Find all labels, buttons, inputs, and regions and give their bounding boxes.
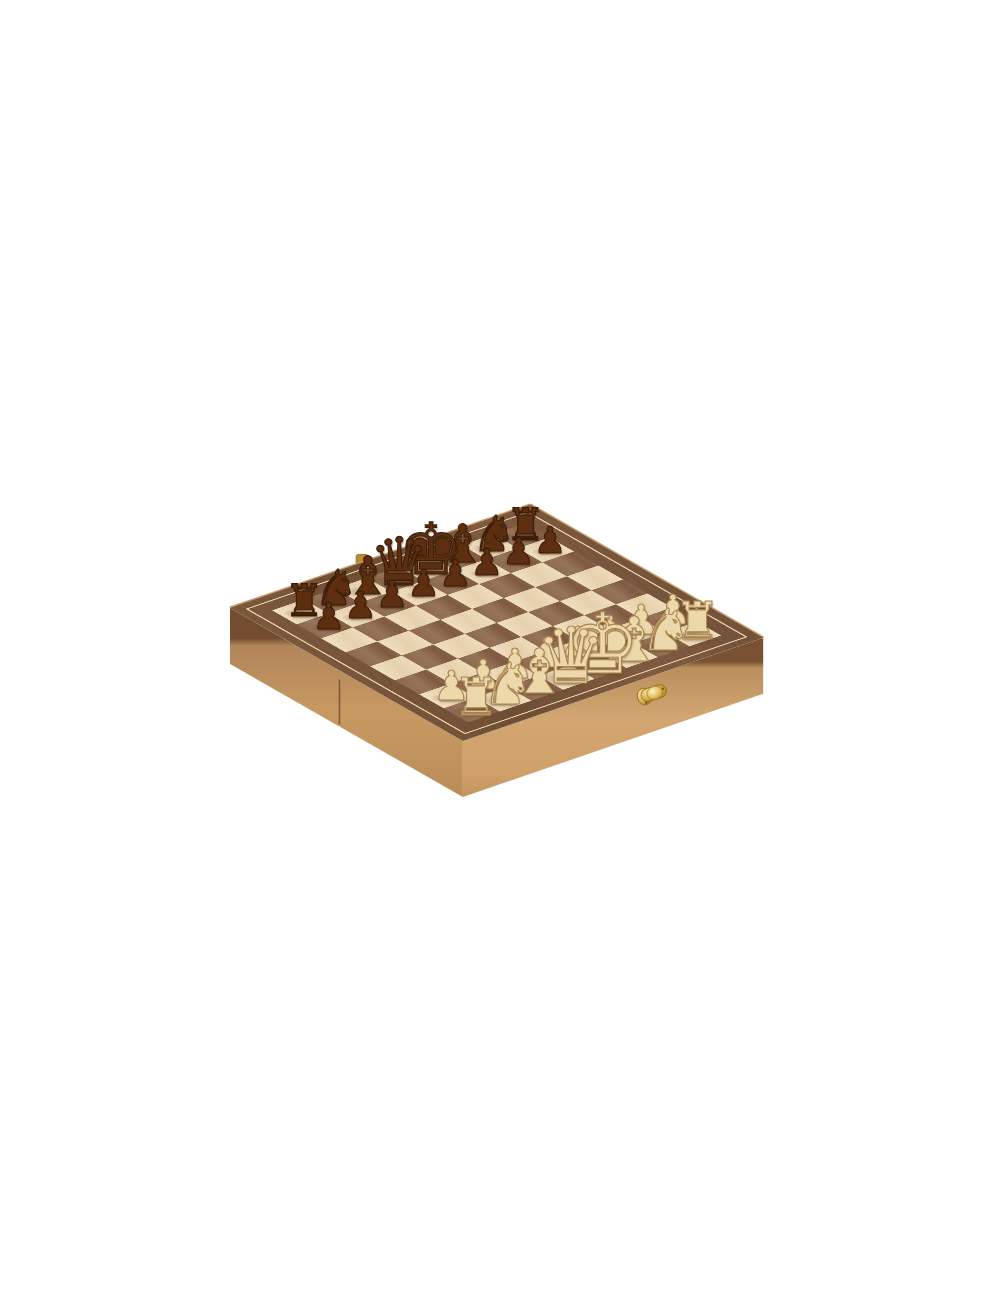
product-photo-chess-set[interactable]: ♜♞♝♛♚♝♞♜♟♟♟♟♟♟♟♟♟♟♟♟♟♟♟♟♜♞♝♛♚♝♞♜ xyxy=(0,0,1000,1300)
